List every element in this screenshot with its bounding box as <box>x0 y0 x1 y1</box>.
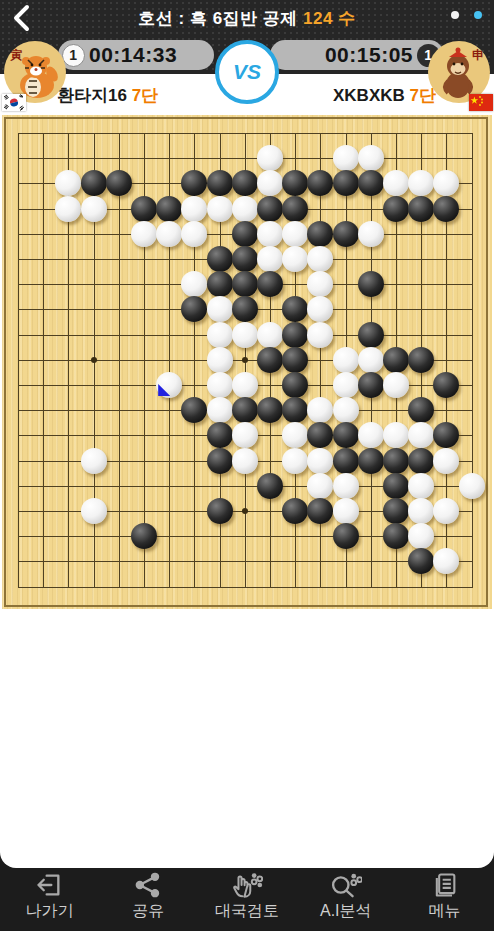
black-stone <box>81 170 107 196</box>
white-stone <box>232 448 258 474</box>
left-name-text: 환타지16 <box>57 86 127 105</box>
china-flag-icon <box>469 94 493 111</box>
black-stone <box>383 448 409 474</box>
white-stone <box>181 196 207 222</box>
vs-badge: VS <box>215 40 279 104</box>
nav-share-label: 공유 <box>132 901 164 922</box>
white-stone <box>207 397 233 423</box>
white-stone <box>156 221 182 247</box>
white-stone <box>408 473 434 499</box>
game-title: 호선 : 흑 6집반 공제 124 수 <box>0 7 494 30</box>
black-stone <box>333 448 359 474</box>
white-stone <box>307 473 333 499</box>
white-stone <box>333 397 359 423</box>
white-stone <box>383 372 409 398</box>
white-stone <box>207 322 233 348</box>
black-stone <box>408 448 434 474</box>
white-stone <box>257 322 283 348</box>
white-stone <box>358 347 384 373</box>
left-rank: 7단 <box>132 86 158 105</box>
rule-text: 호선 : 흑 6집반 공제 <box>138 9 298 28</box>
nav-menu-label: 메뉴 <box>429 901 461 922</box>
black-stone <box>257 271 283 297</box>
right-name-text: XKBXKB <box>333 86 405 105</box>
white-stone <box>207 296 233 322</box>
white-stone <box>459 473 485 499</box>
black-stone <box>106 170 132 196</box>
white-stone <box>333 372 359 398</box>
white-stone <box>307 322 333 348</box>
black-stone <box>207 448 233 474</box>
share-icon <box>134 870 162 900</box>
nav-review-button[interactable]: 대국검토 <box>198 868 297 931</box>
black-stone <box>232 271 258 297</box>
right-player-clock: 00:15:05 1 <box>270 40 444 70</box>
menu-icon <box>431 870 459 900</box>
page-dot-blue <box>474 11 482 19</box>
white-stone <box>156 372 182 398</box>
go-board[interactable] <box>2 115 492 609</box>
white-stone <box>307 448 333 474</box>
white-stone <box>257 145 283 171</box>
black-stone <box>282 322 308 348</box>
black-stone <box>358 170 384 196</box>
white-stone <box>358 422 384 448</box>
left-player-clock: 1 00:14:33 <box>58 40 214 70</box>
nav-menu-button[interactable]: 메뉴 <box>395 868 494 931</box>
white-stone <box>333 347 359 373</box>
white-stone <box>333 473 359 499</box>
left-stone-badge: 1 <box>62 44 85 67</box>
nav-review-label: 대국검토 <box>215 901 279 922</box>
white-stone <box>232 372 258 398</box>
black-stone <box>131 523 157 549</box>
ai-analysis-icon <box>329 870 362 900</box>
review-hand-icon <box>230 870 263 900</box>
black-stone <box>282 347 308 373</box>
white-stone <box>333 498 359 524</box>
black-stone <box>333 422 359 448</box>
white-stone <box>232 322 258 348</box>
black-stone <box>282 196 308 222</box>
black-stone <box>232 221 258 247</box>
nav-exit-label: 나가기 <box>25 901 73 922</box>
black-stone <box>383 196 409 222</box>
white-stone <box>55 196 81 222</box>
black-stone <box>232 246 258 272</box>
white-stone <box>207 372 233 398</box>
right-player-name: XKBXKB 7단 <box>333 84 436 107</box>
white-stone <box>81 196 107 222</box>
black-stone <box>383 498 409 524</box>
black-stone <box>383 473 409 499</box>
white-stone <box>282 448 308 474</box>
white-stone <box>358 221 384 247</box>
black-stone <box>383 347 409 373</box>
white-stone <box>181 221 207 247</box>
white-stone <box>282 246 308 272</box>
nav-share-button[interactable]: 공유 <box>99 868 198 931</box>
black-stone <box>408 196 434 222</box>
black-stone <box>232 170 258 196</box>
black-stone <box>207 422 233 448</box>
black-stone <box>257 347 283 373</box>
black-stone <box>282 498 308 524</box>
black-stone <box>257 196 283 222</box>
white-stone <box>131 221 157 247</box>
white-stone <box>358 145 384 171</box>
black-stone <box>207 271 233 297</box>
black-stone <box>433 196 459 222</box>
white-stone <box>257 246 283 272</box>
black-stone <box>131 196 157 222</box>
exit-icon <box>35 870 63 900</box>
black-stone <box>383 523 409 549</box>
white-stone <box>433 448 459 474</box>
black-stone <box>358 372 384 398</box>
black-stone <box>333 523 359 549</box>
black-stone <box>282 372 308 398</box>
black-stone <box>307 221 333 247</box>
page-dot-white <box>451 11 459 19</box>
black-stone <box>408 347 434 373</box>
black-stone <box>257 473 283 499</box>
black-stone <box>232 296 258 322</box>
vs-label: VS <box>233 60 261 84</box>
white-stone <box>232 196 258 222</box>
black-stone <box>358 322 384 348</box>
white-stone <box>257 221 283 247</box>
black-stone <box>358 271 384 297</box>
black-stone <box>333 221 359 247</box>
white-stone <box>207 347 233 373</box>
korea-flag-icon <box>2 94 26 111</box>
black-stone <box>257 397 283 423</box>
black-stone <box>156 196 182 222</box>
black-stone <box>232 397 258 423</box>
white-stone <box>282 221 308 247</box>
last-move-marker <box>158 384 170 396</box>
bottom-nav-bar: 나가기 공유 대국검토 <box>0 868 494 931</box>
black-stone <box>207 246 233 272</box>
nav-ai-button[interactable]: A.I분석 <box>296 868 395 931</box>
move-count: 124 수 <box>303 9 356 28</box>
black-stone <box>333 170 359 196</box>
left-avatar-char: 寅 <box>10 47 22 64</box>
right-time: 00:15:05 <box>325 43 413 67</box>
app-screen: 호선 : 흑 6집반 공제 124 수 1 00:14:33 00:15:05 … <box>0 0 494 931</box>
white-stone <box>81 498 107 524</box>
nav-exit-button[interactable]: 나가기 <box>0 868 99 931</box>
white-stone <box>232 422 258 448</box>
black-stone <box>207 170 233 196</box>
left-player-name: 환타지16 7단 <box>57 84 158 107</box>
black-stone <box>358 448 384 474</box>
left-time: 00:14:33 <box>89 43 177 67</box>
white-stone <box>81 448 107 474</box>
white-stone <box>333 145 359 171</box>
white-stone <box>408 498 434 524</box>
nav-ai-label: A.I분석 <box>320 901 372 922</box>
white-stone <box>207 196 233 222</box>
black-stone <box>207 498 233 524</box>
